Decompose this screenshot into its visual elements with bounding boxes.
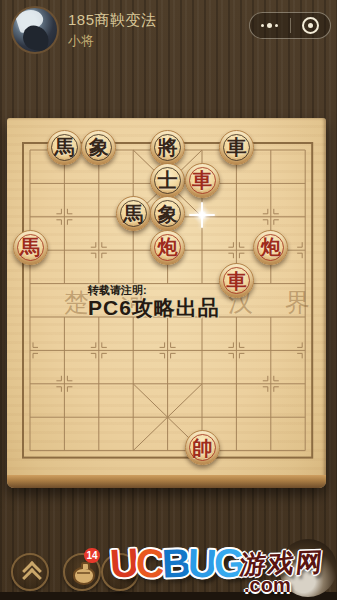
capsule-target-icon xyxy=(302,17,319,34)
piece-black-f2-r1[interactable]: 馬 xyxy=(47,130,82,165)
coins-badge: 14 xyxy=(84,548,100,563)
logo-letter: U xyxy=(187,541,214,587)
piece-red-f6-r2[interactable]: 車 xyxy=(185,163,220,198)
player-avatar xyxy=(11,6,59,54)
piece-glyph: 馬 xyxy=(123,204,143,224)
logo-letter: U xyxy=(108,540,137,587)
piece-glyph: 車 xyxy=(226,271,246,291)
piece-black-f4-r3[interactable]: 馬 xyxy=(116,196,151,231)
logo-letter: B xyxy=(161,540,189,586)
more-button[interactable] xyxy=(250,13,290,38)
level-title: 185商鞅变法 xyxy=(68,11,157,30)
piece-glyph: 象 xyxy=(158,204,178,224)
piece-black-f5-r2[interactable]: 士 xyxy=(150,163,185,198)
piece-black-f5-r1[interactable]: 將 xyxy=(150,130,185,165)
more-dots-icon xyxy=(261,23,278,28)
piece-black-f3-r1[interactable]: 象 xyxy=(81,130,116,165)
piece-glyph: 士 xyxy=(158,170,178,190)
piece-red-f8-r4[interactable]: 炮 xyxy=(253,230,288,265)
app-screen: 185商鞅变法 小将 楚 河 汉 界 馬象將車士車馬象馬炮炮車帥 转载请注明: … xyxy=(0,0,337,600)
piece-red-f6-r10[interactable]: 帥 xyxy=(185,430,220,465)
piece-glyph: 車 xyxy=(192,170,212,190)
piece-glyph: 馬 xyxy=(20,237,40,257)
board-bevel xyxy=(7,475,326,488)
piece-glyph: 馬 xyxy=(54,137,74,157)
piece-glyph: 炮 xyxy=(158,237,178,257)
close-capsule-button[interactable] xyxy=(291,13,331,38)
piece-glyph: 將 xyxy=(158,137,178,157)
piece-glyph: 炮 xyxy=(261,237,281,257)
ucbug-logo: UCBUG xyxy=(110,541,242,586)
piece-black-f7-r1[interactable]: 車 xyxy=(219,130,254,165)
piece-glyph: 車 xyxy=(226,137,246,157)
piece-glyph: 帥 xyxy=(192,438,212,458)
piece-red-f7-r5[interactable]: 車 xyxy=(219,263,254,298)
collapse-button[interactable] xyxy=(11,553,49,591)
piece-red-f5-r4[interactable]: 炮 xyxy=(150,230,185,265)
logo-letter: C xyxy=(135,540,163,586)
money-bag-icon xyxy=(73,567,95,585)
piece-red-f1-r4[interactable]: 馬 xyxy=(13,230,48,265)
miniprogram-capsule xyxy=(249,12,331,39)
piece-glyph: 象 xyxy=(89,137,109,157)
logo-com-text: .com xyxy=(244,574,291,597)
watermark-brand: PC6攻略出品 xyxy=(88,294,220,322)
rank-subtitle: 小将 xyxy=(68,32,94,50)
